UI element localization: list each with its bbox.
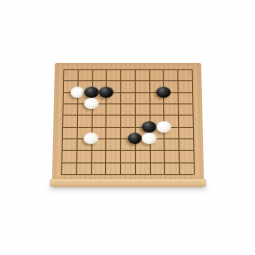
grid-horizontal-line	[63, 81, 192, 82]
board-grid	[61, 69, 194, 174]
grid-vertical-line	[177, 69, 180, 174]
board-front-edge	[50, 179, 206, 187]
grid-horizontal-line	[61, 162, 193, 163]
grid-vertical-line	[91, 69, 93, 174]
black-stone[interactable]	[128, 133, 142, 144]
grid-horizontal-line	[62, 115, 192, 116]
white-stone[interactable]	[70, 86, 84, 97]
grid-horizontal-line	[62, 150, 194, 151]
white-stone[interactable]	[157, 121, 171, 132]
white-stone[interactable]	[84, 98, 98, 109]
grid-vertical-line	[192, 69, 195, 174]
black-stone[interactable]	[156, 86, 170, 97]
white-stone[interactable]	[142, 133, 156, 144]
black-stone[interactable]	[84, 86, 98, 97]
grid-vertical-line	[76, 69, 79, 174]
board-perspective-wrapper	[52, 63, 204, 180]
grid-horizontal-line	[63, 103, 193, 104]
grid-vertical-line	[135, 69, 136, 174]
grid-horizontal-line	[62, 127, 193, 128]
black-stone[interactable]	[99, 86, 113, 97]
grid-vertical-line	[105, 69, 107, 174]
grid-horizontal-line	[61, 174, 194, 175]
black-stone[interactable]	[142, 121, 156, 132]
go-board[interactable]	[52, 63, 204, 180]
go-board-photo	[0, 0, 255, 255]
grid-horizontal-line	[63, 69, 191, 70]
grid-vertical-line	[120, 69, 121, 174]
white-stone[interactable]	[84, 133, 98, 144]
grid-vertical-line	[61, 69, 64, 174]
